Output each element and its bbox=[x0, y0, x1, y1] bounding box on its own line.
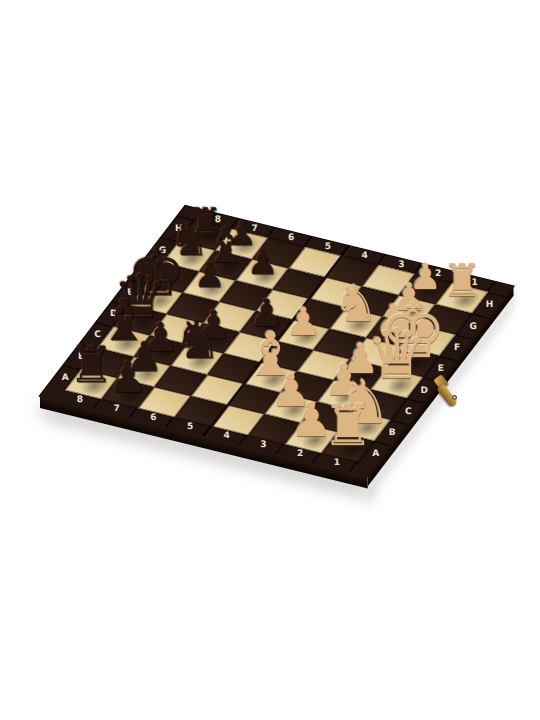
piece-black-pawn-f7: ♟ bbox=[194, 258, 225, 291]
clasp-hole bbox=[452, 395, 457, 400]
piece-white-rook-a1: ♜ bbox=[322, 398, 373, 452]
coord-label: 6 bbox=[287, 233, 293, 242]
piece-white-rook-h1: ♜ bbox=[442, 260, 482, 303]
coord-label: A bbox=[61, 373, 68, 382]
piece-black-pawn-g6: ♟ bbox=[247, 246, 278, 279]
coord-label: 5 bbox=[324, 242, 330, 251]
product-photo: ABCDEFGH ABCDEFGH 87654321 87654321 ♜♝♛♚… bbox=[0, 0, 540, 720]
coord-label: G bbox=[469, 321, 476, 330]
coord-label: 8 bbox=[76, 395, 82, 404]
coord-label: 6 bbox=[150, 413, 156, 422]
chess-board: ABCDEFGH ABCDEFGH 87654321 87654321 ♜♝♛♚… bbox=[40, 206, 513, 477]
coord-label: C bbox=[404, 407, 411, 416]
coord-label: 7 bbox=[113, 404, 119, 413]
coord-label: 3 bbox=[397, 260, 403, 269]
coord-label: 4 bbox=[361, 251, 367, 260]
coord-label: F bbox=[453, 343, 459, 352]
piece-black-pawn-a7: ♟ bbox=[109, 357, 148, 398]
coord-label: 5 bbox=[186, 422, 192, 431]
coord-label: 3 bbox=[260, 440, 266, 449]
coord-label: 2 bbox=[296, 449, 302, 458]
coord-label: 4 bbox=[223, 431, 229, 440]
square-a1: ♜ bbox=[322, 432, 375, 462]
coord-label: 1 bbox=[333, 458, 339, 467]
piece-black-knight-c6: ♞ bbox=[173, 313, 221, 364]
piece-black-rook-a8: ♜ bbox=[69, 342, 114, 390]
coord-label: H bbox=[485, 300, 493, 309]
square-c6: ♞ bbox=[171, 344, 224, 374]
